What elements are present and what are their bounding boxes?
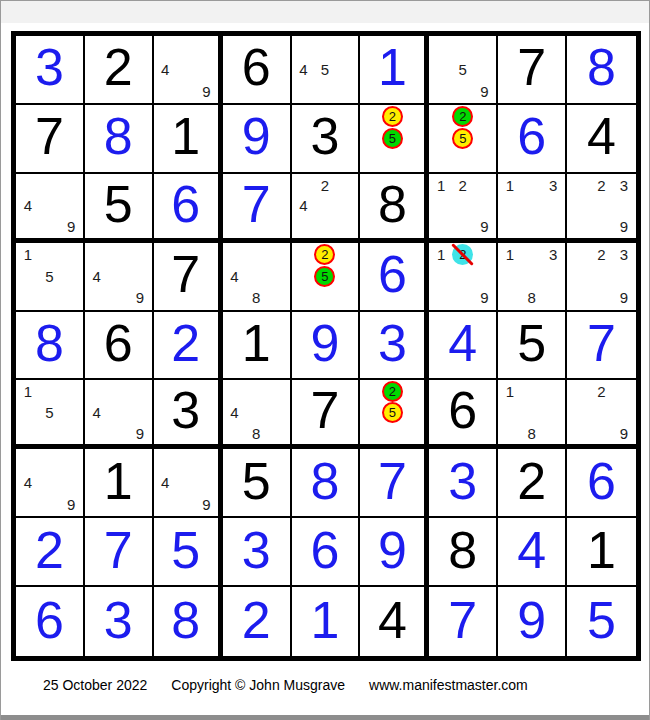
solved-digit: 2 bbox=[16, 518, 83, 585]
candidate-1: 1 bbox=[430, 175, 452, 196]
cell-r4c9[interactable]: 239 bbox=[567, 243, 636, 312]
solved-digit: 9 bbox=[292, 312, 359, 379]
cell-r7c3[interactable]: 49 bbox=[154, 449, 223, 518]
solved-digit: 5 bbox=[567, 587, 636, 656]
solved-digit: 5 bbox=[154, 518, 218, 585]
candidates-grid: 48 bbox=[224, 381, 289, 443]
candidate-3: 3 bbox=[542, 244, 564, 266]
given-digit: 4 bbox=[360, 587, 424, 656]
candidate-4: 4 bbox=[86, 265, 108, 287]
cell-r7c5[interactable]: 8 bbox=[292, 449, 361, 518]
footer-date: 25 October 2022 bbox=[43, 677, 147, 693]
candidate-1: 1 bbox=[430, 244, 452, 266]
given-digit: 8 bbox=[360, 174, 424, 238]
candidate-1: 1 bbox=[499, 244, 521, 266]
solved-digit: 3 bbox=[16, 36, 83, 103]
cell-r6c3[interactable]: 3 bbox=[154, 380, 223, 449]
window-top-strip bbox=[1, 1, 649, 23]
candidates-grid: 138 bbox=[499, 244, 564, 309]
candidate-8: 8 bbox=[521, 287, 543, 309]
candidate-4: 4 bbox=[155, 59, 176, 81]
given-digit: 7 bbox=[292, 380, 359, 444]
candidate-1: 1 bbox=[17, 381, 39, 402]
solved-digit: 4 bbox=[429, 312, 496, 379]
candidate-1: 1 bbox=[499, 175, 521, 196]
candidate-2: 2 bbox=[452, 175, 474, 196]
candidate-2: 2 bbox=[590, 175, 612, 196]
cell-r1c4[interactable]: 6 bbox=[223, 36, 292, 105]
cell-r1c3[interactable]: 49 bbox=[154, 36, 223, 105]
cell-r3c7[interactable]: 129 bbox=[429, 174, 498, 243]
footer-copyright: Copyright © John Musgrave bbox=[171, 677, 345, 693]
candidate-9: 9 bbox=[474, 216, 496, 237]
candidates-grid: 24 bbox=[293, 175, 358, 237]
candidates-grid: 15 bbox=[17, 381, 82, 443]
cell-r4c2[interactable]: 49 bbox=[85, 243, 154, 312]
candidates-grid: 49 bbox=[17, 450, 82, 515]
cell-r6c5[interactable]: 7 bbox=[292, 380, 361, 449]
candidate-5: 5 bbox=[382, 402, 403, 423]
candidates-grid: 25 bbox=[430, 106, 495, 171]
candidate-4: 4 bbox=[293, 195, 315, 216]
solved-digit: 6 bbox=[16, 587, 83, 656]
solved-digit: 6 bbox=[360, 243, 424, 310]
candidates-grid: 49 bbox=[155, 450, 217, 515]
cell-r4c7[interactable]: 129 bbox=[429, 243, 498, 312]
candidate-4: 4 bbox=[17, 472, 39, 494]
app-window: 3249645159787819325256449567248129132391… bbox=[0, 0, 650, 720]
cell-r4c6[interactable]: 6 bbox=[360, 243, 429, 312]
candidate-2: 2 bbox=[452, 106, 474, 128]
candidate-4: 4 bbox=[293, 59, 315, 81]
cell-r1c9[interactable]: 8 bbox=[567, 36, 636, 105]
solved-digit: 3 bbox=[223, 518, 290, 585]
given-digit: 5 bbox=[223, 449, 290, 516]
cell-r5c9[interactable]: 7 bbox=[567, 312, 636, 381]
cell-r1c6[interactable]: 1 bbox=[360, 36, 429, 105]
candidate-9: 9 bbox=[60, 216, 82, 237]
cell-r8c4[interactable]: 3 bbox=[223, 518, 292, 587]
cell-r5c5[interactable]: 9 bbox=[292, 312, 361, 381]
candidate-5: 5 bbox=[314, 265, 336, 287]
cell-r6c6[interactable]: 25 bbox=[360, 380, 429, 449]
given-digit: 5 bbox=[85, 174, 152, 238]
cell-r6c7[interactable]: 6 bbox=[429, 380, 498, 449]
cell-r8c7[interactable]: 8 bbox=[429, 518, 498, 587]
cell-r8c2[interactable]: 7 bbox=[85, 518, 154, 587]
candidate-3: 3 bbox=[613, 175, 635, 196]
candidate-9: 9 bbox=[474, 287, 496, 309]
candidates-grid: 239 bbox=[568, 175, 635, 237]
cell-r9c7[interactable]: 7 bbox=[429, 587, 498, 656]
candidate-2: 2 bbox=[382, 106, 403, 128]
candidate-2: 2 bbox=[314, 244, 336, 266]
cell-r5c7[interactable]: 4 bbox=[429, 312, 498, 381]
candidate-2: 2 bbox=[590, 244, 612, 266]
candidates-grid: 18 bbox=[499, 381, 564, 443]
candidate-9: 9 bbox=[474, 80, 496, 102]
candidate-4: 4 bbox=[155, 472, 176, 494]
candidates-grid: 13 bbox=[499, 175, 564, 237]
given-digit: 6 bbox=[429, 380, 496, 444]
candidates-grid: 49 bbox=[155, 37, 217, 102]
cell-r2c8[interactable]: 6 bbox=[498, 105, 567, 174]
cell-r6c1[interactable]: 15 bbox=[16, 380, 85, 449]
candidate-5-green-circle: 5 bbox=[382, 128, 403, 149]
cell-r3c8[interactable]: 13 bbox=[498, 174, 567, 243]
cell-r9c9[interactable]: 5 bbox=[567, 587, 636, 656]
cell-r5c1[interactable]: 8 bbox=[16, 312, 85, 381]
candidate-9: 9 bbox=[60, 494, 82, 516]
candidate-9: 9 bbox=[196, 494, 217, 516]
candidate-4: 4 bbox=[224, 265, 246, 287]
candidate-5-yellow-circle: 5 bbox=[382, 402, 403, 423]
given-digit: 1 bbox=[154, 105, 218, 172]
cell-r9c3[interactable]: 8 bbox=[154, 587, 223, 656]
solved-digit: 2 bbox=[154, 312, 218, 379]
cell-r9c8[interactable]: 9 bbox=[498, 587, 567, 656]
candidate-5-yellow-circle: 5 bbox=[452, 128, 473, 149]
solved-digit: 3 bbox=[85, 587, 152, 656]
cell-r3c9[interactable]: 239 bbox=[567, 174, 636, 243]
solved-digit: 8 bbox=[85, 105, 152, 172]
cell-r9c6[interactable]: 4 bbox=[360, 587, 429, 656]
candidate-5: 5 bbox=[382, 128, 403, 150]
cell-r4c8[interactable]: 138 bbox=[498, 243, 567, 312]
solved-digit: 6 bbox=[498, 105, 565, 172]
candidates-grid: 15 bbox=[17, 244, 82, 309]
window-bottom-edge bbox=[1, 715, 649, 720]
candidate-5: 5 bbox=[39, 265, 61, 287]
solved-digit: 7 bbox=[223, 174, 290, 238]
solved-digit: 8 bbox=[567, 36, 636, 103]
solved-digit: 8 bbox=[154, 587, 218, 656]
cell-r3c3[interactable]: 6 bbox=[154, 174, 223, 243]
cell-r2c6[interactable]: 25 bbox=[360, 105, 429, 174]
solved-digit: 7 bbox=[567, 312, 636, 379]
cell-r7c7[interactable]: 3 bbox=[429, 449, 498, 518]
candidate-9: 9 bbox=[613, 287, 635, 309]
cell-r9c4[interactable]: 2 bbox=[223, 587, 292, 656]
cell-r7c2[interactable]: 1 bbox=[85, 449, 154, 518]
solved-digit: 7 bbox=[429, 587, 496, 656]
candidate-2-green-circle: 2 bbox=[452, 106, 473, 127]
cell-r7c6[interactable]: 7 bbox=[360, 449, 429, 518]
cell-r1c2[interactable]: 2 bbox=[85, 36, 154, 105]
cell-r4c1[interactable]: 15 bbox=[16, 243, 85, 312]
cell-r7c4[interactable]: 5 bbox=[223, 449, 292, 518]
candidates-grid: 59 bbox=[430, 37, 495, 102]
cell-r3c4[interactable]: 7 bbox=[223, 174, 292, 243]
cell-r9c5[interactable]: 1 bbox=[292, 587, 361, 656]
cell-r1c5[interactable]: 45 bbox=[292, 36, 361, 105]
candidate-4: 4 bbox=[86, 402, 108, 423]
cell-r5c2[interactable]: 6 bbox=[85, 312, 154, 381]
solved-digit: 4 bbox=[498, 518, 565, 585]
candidate-5: 5 bbox=[39, 402, 61, 423]
given-digit: 6 bbox=[85, 312, 152, 379]
solved-digit: 2 bbox=[223, 587, 290, 656]
candidates-grid: 29 bbox=[568, 381, 635, 443]
cell-r5c4[interactable]: 1 bbox=[223, 312, 292, 381]
candidates-grid: 25 bbox=[361, 106, 423, 171]
candidate-2: 2 bbox=[590, 381, 612, 402]
candidate-8: 8 bbox=[245, 287, 267, 309]
given-digit: 1 bbox=[567, 518, 636, 585]
candidate-5: 5 bbox=[452, 128, 474, 150]
cell-r5c8[interactable]: 5 bbox=[498, 312, 567, 381]
cell-r3c2[interactable]: 5 bbox=[85, 174, 154, 243]
cell-r8c9[interactable]: 1 bbox=[567, 518, 636, 587]
candidate-9: 9 bbox=[613, 423, 635, 444]
candidate-4: 4 bbox=[17, 195, 39, 216]
cell-r7c9[interactable]: 6 bbox=[567, 449, 636, 518]
cell-r8c1[interactable]: 2 bbox=[16, 518, 85, 587]
cell-r8c8[interactable]: 4 bbox=[498, 518, 567, 587]
cell-r8c3[interactable]: 5 bbox=[154, 518, 223, 587]
cell-r9c2[interactable]: 3 bbox=[85, 587, 154, 656]
cell-r4c5[interactable]: 25 bbox=[292, 243, 361, 312]
cell-r3c1[interactable]: 49 bbox=[16, 174, 85, 243]
given-digit: 7 bbox=[16, 105, 83, 172]
candidates-grid: 49 bbox=[86, 244, 151, 309]
given-digit: 8 bbox=[429, 518, 496, 585]
candidate-9: 9 bbox=[196, 80, 217, 102]
cell-r2c1[interactable]: 7 bbox=[16, 105, 85, 174]
candidates-grid: 129 bbox=[430, 175, 495, 237]
candidate-8: 8 bbox=[521, 423, 543, 444]
cell-r8c6[interactable]: 9 bbox=[360, 518, 429, 587]
solved-digit: 7 bbox=[360, 449, 424, 516]
cell-r1c1[interactable]: 3 bbox=[16, 36, 85, 105]
candidates-grid: 45 bbox=[293, 37, 358, 102]
given-digit: 1 bbox=[223, 312, 290, 379]
cell-r8c5[interactable]: 6 bbox=[292, 518, 361, 587]
candidate-5: 5 bbox=[314, 59, 336, 81]
solved-digit: 1 bbox=[292, 587, 359, 656]
given-digit: 2 bbox=[498, 449, 565, 516]
cell-r6c2[interactable]: 49 bbox=[85, 380, 154, 449]
candidate-9: 9 bbox=[129, 423, 151, 444]
solved-digit: 3 bbox=[360, 312, 424, 379]
cell-r2c7[interactable]: 25 bbox=[429, 105, 498, 174]
solved-digit: 8 bbox=[16, 312, 83, 379]
cell-r9c1[interactable]: 6 bbox=[16, 587, 85, 656]
candidates-grid: 129 bbox=[430, 244, 495, 309]
given-digit: 3 bbox=[154, 380, 218, 444]
given-digit: 7 bbox=[154, 243, 218, 310]
solved-digit: 9 bbox=[360, 518, 424, 585]
cell-r3c6[interactable]: 8 bbox=[360, 174, 429, 243]
cell-r1c8[interactable]: 7 bbox=[498, 36, 567, 105]
given-digit: 7 bbox=[498, 36, 565, 103]
solved-digit: 8 bbox=[292, 449, 359, 516]
candidate-2: 2 bbox=[452, 244, 474, 266]
given-digit: 1 bbox=[85, 449, 152, 516]
solved-digit: 6 bbox=[567, 449, 636, 516]
footer: 25 October 2022 Copyright © John Musgrav… bbox=[1, 675, 649, 695]
solved-digit: 6 bbox=[292, 518, 359, 585]
candidate-2-green-circle: 2 bbox=[382, 381, 403, 402]
given-digit: 4 bbox=[567, 105, 636, 172]
given-digit: 6 bbox=[223, 36, 290, 103]
given-digit: 3 bbox=[292, 105, 359, 172]
candidates-grid: 25 bbox=[361, 381, 423, 443]
cell-r4c3[interactable]: 7 bbox=[154, 243, 223, 312]
solved-digit: 1 bbox=[360, 36, 424, 103]
candidate-9: 9 bbox=[613, 216, 635, 237]
candidates-grid: 239 bbox=[568, 244, 635, 309]
given-digit: 5 bbox=[498, 312, 565, 379]
candidate-2: 2 bbox=[382, 381, 403, 402]
solved-digit: 9 bbox=[223, 105, 290, 172]
cell-r2c5[interactable]: 3 bbox=[292, 105, 361, 174]
candidate-2-cyan-eliminated-circle: 2 bbox=[452, 244, 473, 265]
candidate-2-yellow-circle: 2 bbox=[382, 106, 403, 127]
candidates-grid: 49 bbox=[86, 381, 151, 443]
solved-digit: 9 bbox=[498, 587, 565, 656]
candidate-3: 3 bbox=[542, 175, 564, 196]
cell-r2c3[interactable]: 1 bbox=[154, 105, 223, 174]
candidate-1: 1 bbox=[499, 381, 521, 402]
candidate-5-green-circle: 5 bbox=[314, 266, 335, 287]
cell-r2c2[interactable]: 8 bbox=[85, 105, 154, 174]
cell-r6c9[interactable]: 29 bbox=[567, 380, 636, 449]
candidate-1: 1 bbox=[17, 244, 39, 266]
cell-r4c4[interactable]: 48 bbox=[223, 243, 292, 312]
cell-r3c5[interactable]: 24 bbox=[292, 174, 361, 243]
candidate-8: 8 bbox=[245, 423, 267, 444]
candidate-5: 5 bbox=[452, 59, 474, 81]
candidate-4: 4 bbox=[224, 402, 246, 423]
cell-r7c8[interactable]: 2 bbox=[498, 449, 567, 518]
candidate-3: 3 bbox=[613, 244, 635, 266]
cell-r5c6[interactable]: 3 bbox=[360, 312, 429, 381]
cell-r5c3[interactable]: 2 bbox=[154, 312, 223, 381]
candidates-grid: 49 bbox=[17, 175, 82, 237]
footer-website: www.manifestmaster.com bbox=[369, 677, 528, 693]
cell-r2c4[interactable]: 9 bbox=[223, 105, 292, 174]
cell-r6c4[interactable]: 48 bbox=[223, 380, 292, 449]
sudoku-board: 3249645159787819325256449567248129132391… bbox=[11, 31, 641, 661]
cell-r7c1[interactable]: 49 bbox=[16, 449, 85, 518]
given-digit: 2 bbox=[85, 36, 152, 103]
solved-digit: 3 bbox=[429, 449, 496, 516]
cell-r1c7[interactable]: 59 bbox=[429, 36, 498, 105]
candidate-2-yellow-circle: 2 bbox=[314, 244, 335, 265]
candidates-grid: 25 bbox=[293, 244, 358, 309]
solved-digit: 6 bbox=[154, 174, 218, 238]
candidate-9: 9 bbox=[129, 287, 151, 309]
candidate-2: 2 bbox=[314, 175, 336, 196]
cell-r2c9[interactable]: 4 bbox=[567, 105, 636, 174]
cell-r6c8[interactable]: 18 bbox=[498, 380, 567, 449]
solved-digit: 7 bbox=[85, 518, 152, 585]
candidates-grid: 48 bbox=[224, 244, 289, 309]
